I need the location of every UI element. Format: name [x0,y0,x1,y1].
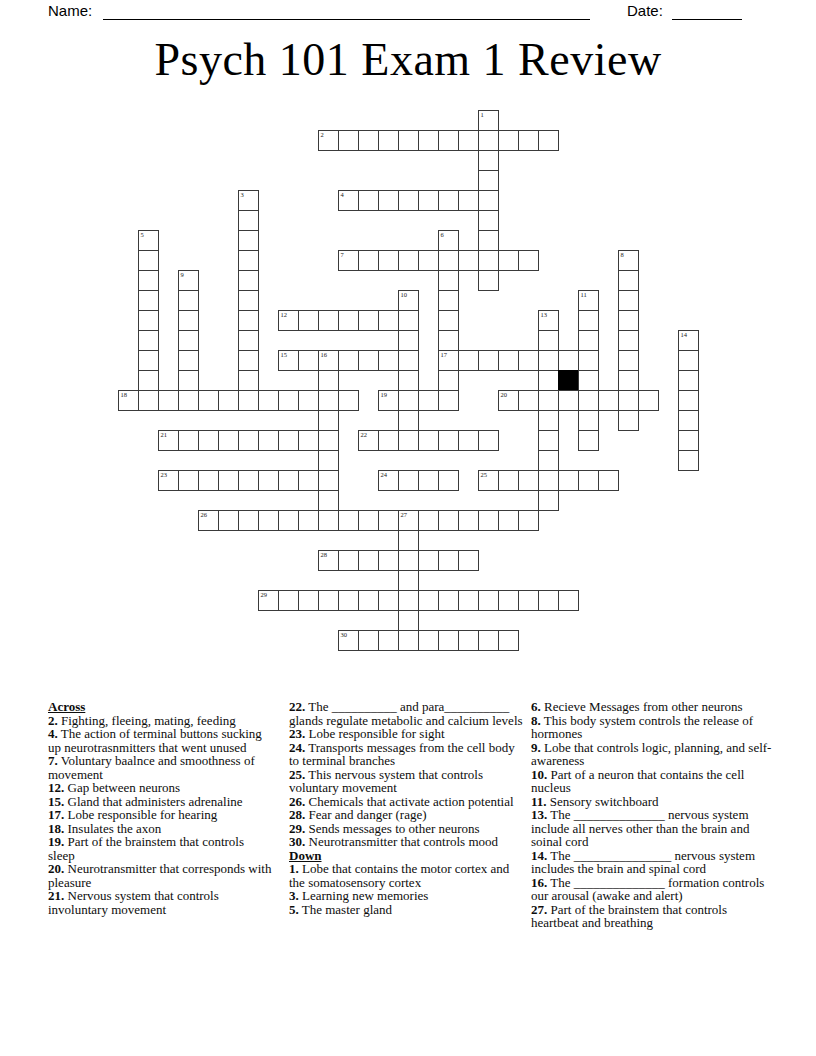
grid-cell[interactable] [478,150,499,171]
clue-item: 9. Lobe that controls logic, planning, a… [531,741,777,768]
grid-cell[interactable] [578,410,599,431]
grid-cell[interactable] [318,310,339,331]
grid-cell[interactable] [498,470,519,491]
grid-cell[interactable]: 17 [438,350,459,371]
grid-cell[interactable] [478,210,499,231]
grid-cell[interactable] [438,510,459,531]
grid-cell[interactable] [358,250,379,271]
grid-cell[interactable] [438,430,459,451]
grid-cell[interactable] [398,590,419,611]
grid-cell[interactable] [678,410,699,431]
cell-number: 7 [341,251,344,258]
clue-number: 19. [48,834,64,849]
grid-cell[interactable] [318,490,339,511]
grid-cell[interactable] [338,390,359,411]
grid-cell[interactable] [438,550,459,571]
grid-cell[interactable] [498,510,519,531]
cell-number: 20 [501,391,508,398]
cell-number: 12 [281,311,288,318]
grid-cell[interactable] [398,370,419,391]
grid-cell[interactable] [298,510,319,531]
grid-cell[interactable] [618,410,639,431]
grid-cell[interactable] [358,350,379,371]
grid-cell[interactable]: 27 [398,510,419,531]
grid-cell[interactable] [618,390,639,411]
grid-cell[interactable] [398,310,419,331]
grid-cell[interactable] [518,590,539,611]
grid-cell[interactable] [398,410,419,431]
grid-cell[interactable] [538,350,559,371]
grid-cell[interactable] [398,190,419,211]
grid-cell[interactable]: 5 [138,230,159,251]
grid-cell[interactable] [318,470,339,491]
grid-cell[interactable] [398,530,419,551]
clue-item: 29. Sends messages to other neurons [289,822,525,836]
grid-cell[interactable]: 22 [358,430,379,451]
grid-cell[interactable] [278,470,299,491]
grid-cell[interactable] [418,430,439,451]
grid-cell[interactable] [538,330,559,351]
grid-cell[interactable] [438,370,459,391]
grid-cell[interactable] [438,290,459,311]
crossword-grid: 1234567891011121314151617181920212223242… [0,0,816,700]
clue-number: 5. [289,902,299,917]
grid-cell[interactable] [458,630,479,651]
clue-item: 10. Part of a neuron that contains the c… [531,768,777,795]
grid-cell[interactable] [138,250,159,271]
grid-cell[interactable] [618,370,639,391]
clue-item: 25. This nervous system that controls vo… [289,768,525,795]
grid-cell[interactable] [458,590,479,611]
clue-number: 10. [531,767,547,782]
grid-cell[interactable] [138,310,159,331]
grid-cell[interactable] [538,370,559,391]
cell-number: 18 [121,391,128,398]
grid-cell[interactable]: 26 [198,510,219,531]
grid-cell[interactable] [318,410,339,431]
grid-cell[interactable] [458,250,479,271]
grid-cell[interactable] [458,550,479,571]
grid-cell[interactable] [578,310,599,331]
grid-cell[interactable]: 15 [278,350,299,371]
grid-cell[interactable] [338,510,359,531]
grid-cell[interactable] [478,630,499,651]
grid-cell[interactable]: 12 [278,310,299,331]
grid-cell[interactable] [538,470,559,491]
grid-cell[interactable]: 4 [338,190,359,211]
grid-cell[interactable] [398,250,419,271]
clue-number: 24. [289,740,305,755]
grid-cell[interactable] [438,250,459,271]
grid-cell[interactable] [218,470,239,491]
grid-cell[interactable] [478,250,499,271]
grid-cell[interactable] [238,330,259,351]
grid-cell[interactable]: 14 [678,330,699,351]
grid-cell[interactable] [398,630,419,651]
grid-cell[interactable]: 3 [238,190,259,211]
grid-cell[interactable] [238,270,259,291]
grid-cell[interactable] [438,270,459,291]
grid-cell[interactable] [478,590,499,611]
grid-cell[interactable]: 1 [478,110,499,131]
clue-number: 14. [531,848,547,863]
grid-cell[interactable] [518,390,539,411]
cell-number: 1 [481,111,484,118]
cell-number: 4 [341,191,344,198]
grid-cell[interactable] [578,350,599,371]
grid-cell[interactable] [638,390,659,411]
grid-cell[interactable] [438,630,459,651]
grid-cell[interactable] [298,470,319,491]
grid-cell[interactable] [378,130,399,151]
grid-cell[interactable] [398,470,419,491]
grid-cell[interactable] [558,590,579,611]
grid-cell[interactable] [498,350,519,371]
grid-cell[interactable] [578,390,599,411]
grid-cell[interactable] [618,330,639,351]
grid-cell[interactable] [618,290,639,311]
grid-cell[interactable] [478,130,499,151]
cell-number: 30 [341,631,348,638]
grid-cell[interactable] [618,310,639,331]
cell-number: 13 [541,311,548,318]
grid-cell[interactable] [358,130,379,151]
grid-cell[interactable] [398,350,419,371]
grid-cell[interactable] [358,550,379,571]
cell-number: 29 [261,591,268,598]
grid-cell[interactable] [438,390,459,411]
grid-cell[interactable] [178,350,199,371]
grid-cell[interactable] [178,470,199,491]
clue-item: 20. Neurotransmitter that corresponds wi… [48,862,272,889]
grid-cell[interactable]: 2 [318,130,339,151]
grid-cell[interactable]: 25 [478,470,499,491]
cell-number: 17 [441,351,448,358]
grid-cell[interactable] [398,390,419,411]
grid-cell[interactable] [298,310,319,331]
grid-cell[interactable]: 18 [118,390,139,411]
grid-cell[interactable] [178,430,199,451]
grid-cell[interactable] [318,510,339,531]
clue-number: 21. [48,888,64,903]
grid-cell[interactable] [518,510,539,531]
cell-number: 15 [281,351,288,358]
grid-cell[interactable]: 8 [618,250,639,271]
grid-cell[interactable]: 9 [178,270,199,291]
clue-number: 27. [531,902,547,917]
cell-number: 3 [241,191,244,198]
grid-cell[interactable] [538,490,559,511]
grid-cell[interactable] [538,390,559,411]
grid-cell[interactable] [618,270,639,291]
grid-cell[interactable]: 19 [378,390,399,411]
clue-item: 22. The __________ and para__________ gl… [289,700,525,727]
clue-item: 26. Chemicals that activate action poten… [289,795,525,809]
grid-cell[interactable] [578,330,599,351]
grid-cell[interactable]: 20 [498,390,519,411]
grid-cell[interactable] [478,230,499,251]
grid-cell[interactable] [678,370,699,391]
grid-cell[interactable] [378,590,399,611]
grid-cell[interactable] [458,130,479,151]
grid-cell[interactable] [498,630,519,651]
clue-item: 7. Voluntary baalnce and smoothness of m… [48,754,272,781]
grid-cell[interactable] [558,350,579,371]
cell-number: 25 [481,471,488,478]
grid-cell[interactable] [238,250,259,271]
cell-number: 23 [161,471,168,478]
grid-cell[interactable] [518,250,539,271]
grid-cell[interactable] [258,390,279,411]
grid-cell[interactable] [138,270,159,291]
grid-cell[interactable] [238,470,259,491]
grid-cell[interactable] [218,430,239,451]
grid-cell[interactable] [398,610,419,631]
grid-cell[interactable] [238,310,259,331]
grid-cell[interactable] [138,350,159,371]
grid-cell[interactable] [598,470,619,491]
grid-cell[interactable] [138,290,159,311]
grid-cell[interactable] [358,310,379,331]
clue-section-header: Across [48,700,272,714]
grid-cell[interactable] [458,190,479,211]
grid-cell[interactable] [418,390,439,411]
grid-cell[interactable] [478,510,499,531]
grid-cell[interactable] [458,350,479,371]
clue-item: 2. Fighting, fleeing, mating, feeding [48,714,272,728]
cell-number: 10 [401,291,408,298]
worksheet-page: { "header": { "name_label": "Name:", "da… [0,0,816,1056]
grid-cell[interactable] [178,290,199,311]
grid-cell[interactable] [518,350,539,371]
clue-item: 15. Gland that administers adrenaline [48,795,272,809]
grid-cell[interactable] [378,310,399,331]
grid-cell[interactable] [578,370,599,391]
cell-number: 8 [621,251,624,258]
cell-number: 16 [321,351,328,358]
grid-cell[interactable] [378,550,399,571]
grid-cell[interactable]: 30 [338,630,359,651]
grid-cell[interactable] [138,330,159,351]
grid-cell[interactable] [438,310,459,331]
grid-cell[interactable] [418,630,439,651]
grid-cell[interactable] [538,590,559,611]
grid-cell[interactable] [238,510,259,531]
grid-cell[interactable] [298,430,319,451]
grid-cell[interactable]: 23 [158,470,179,491]
grid-cell[interactable] [518,470,539,491]
clue-item: 14. The _______________ nervous system i… [531,849,777,876]
grid-cell[interactable] [578,470,599,491]
grid-cell[interactable] [358,190,379,211]
clue-item: 16. The ______________ formation control… [531,876,777,903]
grid-cell[interactable] [238,230,259,251]
grid-cell[interactable]: 24 [378,470,399,491]
grid-cell[interactable] [538,410,559,431]
clue-item: 8. This body system controls the release… [531,714,777,741]
grid-cell[interactable] [378,350,399,371]
grid-cell[interactable]: 13 [538,310,559,331]
grid-cell[interactable] [438,190,459,211]
clue-item: 28. Fear and danger (rage) [289,808,525,822]
cell-number: 22 [361,431,368,438]
grid-cell[interactable] [278,590,299,611]
grid-cell[interactable] [338,130,359,151]
grid-cell[interactable] [358,510,379,531]
grid-cell[interactable]: 7 [338,250,359,271]
grid-cell[interactable] [518,130,539,151]
grid-cell[interactable] [418,130,439,151]
grid-cell[interactable] [538,130,559,151]
grid-cell[interactable] [498,590,519,611]
grid-cell[interactable] [218,390,239,411]
grid-cell[interactable] [558,390,579,411]
grid-cell[interactable] [618,350,639,371]
grid-cell[interactable] [678,350,699,371]
clue-item: 23. Lobe responsible for sight [289,727,525,741]
grid-cell[interactable] [478,430,499,451]
grid-cell[interactable] [538,450,559,471]
grid-cell[interactable] [178,310,199,331]
clue-item: 12. Gap between neurons [48,781,272,795]
grid-cell[interactable] [258,470,279,491]
grid-cell[interactable] [138,370,159,391]
grid-cell[interactable] [378,630,399,651]
grid-cell[interactable] [198,430,219,451]
grid-cell[interactable] [418,550,439,571]
cell-number: 14 [681,331,688,338]
grid-cell[interactable] [318,390,339,411]
grid-cell[interactable] [278,430,299,451]
grid-cell[interactable] [458,430,479,451]
clue-item: 5. The master gland [289,903,525,917]
grid-cell[interactable] [178,330,199,351]
clue-column-2: 22. The __________ and para__________ gl… [289,700,525,916]
grid-cell[interactable] [378,190,399,211]
grid-cell[interactable] [318,430,339,451]
grid-cell[interactable] [678,450,699,471]
grid-cell[interactable] [298,390,319,411]
grid-cell[interactable] [338,550,359,571]
grid-cell[interactable] [318,590,339,611]
clue-item: 27. Part of the brainstem that controls … [531,903,777,930]
grid-cell[interactable] [238,390,259,411]
grid-cell[interactable] [238,430,259,451]
grid-cell[interactable] [418,590,439,611]
grid-cell[interactable] [378,430,399,451]
grid-cell[interactable] [478,350,499,371]
grid-cell[interactable]: 16 [318,350,339,371]
grid-cell[interactable] [458,510,479,531]
clue-number: 30. [289,834,305,849]
grid-cell[interactable]: 21 [158,430,179,451]
grid-cell[interactable] [218,510,239,531]
grid-cell[interactable] [498,250,519,271]
grid-cell[interactable] [398,430,419,451]
grid-cell[interactable] [318,370,339,391]
grid-cell[interactable] [338,590,359,611]
clue-item: 30. Neurotransmitter that controls mood [289,835,525,849]
grid-cell[interactable] [258,430,279,451]
grid-cell[interactable] [418,250,439,271]
grid-cell[interactable] [418,190,439,211]
grid-cell[interactable] [678,430,699,451]
grid-cell[interactable] [238,370,259,391]
grid-cell[interactable] [278,510,299,531]
grid-cell[interactable] [298,590,319,611]
cell-number: 26 [201,511,208,518]
grid-cell[interactable] [438,130,459,151]
cell-number: 2 [321,131,324,138]
grid-cell[interactable]: 10 [398,290,419,311]
grid-cell[interactable] [538,430,559,451]
grid-cell[interactable] [198,470,219,491]
grid-cell[interactable] [238,210,259,231]
grid-cell[interactable] [158,390,179,411]
grid-cell[interactable] [398,330,419,351]
grid-cell[interactable] [238,350,259,371]
grid-cell[interactable] [338,310,359,331]
clue-number: 7. [48,753,58,768]
grid-cell[interactable] [338,350,359,371]
grid-cell[interactable] [478,190,499,211]
clue-item: 21. Nervous system that controls involun… [48,889,272,916]
grid-cell[interactable] [318,450,339,471]
grid-cell[interactable] [358,630,379,651]
grid-cell[interactable] [178,370,199,391]
grid-cell[interactable] [398,570,419,591]
grid-cell[interactable] [258,510,279,531]
grid-cell[interactable]: 6 [438,230,459,251]
grid-cell[interactable]: 29 [258,590,279,611]
grid-cell[interactable] [398,550,419,571]
grid-cell[interactable] [478,170,499,191]
grid-cell[interactable] [178,390,199,411]
grid-cell[interactable] [198,390,219,411]
grid-cell[interactable] [138,390,159,411]
grid-cell[interactable] [278,390,299,411]
grid-cell[interactable] [578,430,599,451]
grid-cell[interactable]: 11 [578,290,599,311]
grid-cell[interactable] [558,470,579,491]
grid-cell[interactable] [358,590,379,611]
grid-cell[interactable] [378,510,399,531]
cell-number: 21 [161,431,168,438]
grid-cell[interactable] [438,470,459,491]
clue-item: 6. Recieve Messages from other neurons [531,700,777,714]
grid-cell[interactable] [438,330,459,351]
grid-cell[interactable] [498,130,519,151]
grid-cell[interactable] [438,590,459,611]
clue-section-header: Down [289,849,525,863]
cell-number: 28 [321,551,328,558]
grid-cell[interactable] [238,290,259,311]
grid-cell[interactable] [478,270,499,291]
grid-cell[interactable] [398,130,419,151]
grid-cell[interactable] [598,390,619,411]
grid-cell[interactable]: 28 [318,550,339,571]
grid-cell[interactable] [298,350,319,371]
clue-item: 11. Sensory switchboard [531,795,777,809]
clue-number: 13. [531,807,547,822]
clue-number: 22. [289,699,305,714]
cell-number: 19 [381,391,388,398]
grid-cell[interactable] [418,510,439,531]
cell-number: 6 [441,231,444,238]
grid-cell[interactable] [678,390,699,411]
grid-cell[interactable] [418,470,439,491]
grid-cell[interactable] [378,250,399,271]
